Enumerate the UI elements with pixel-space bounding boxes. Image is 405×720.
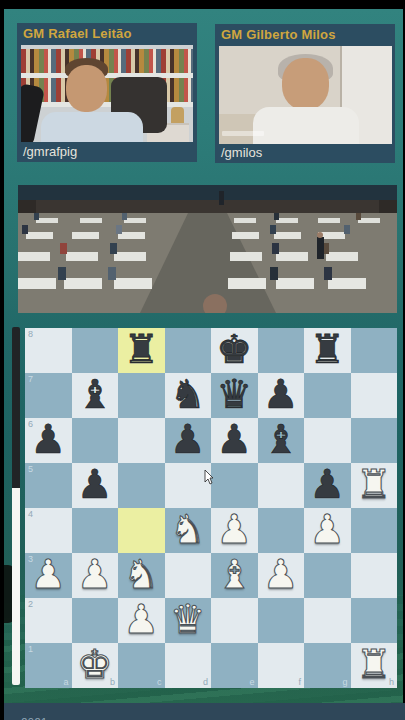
host-handle-right: /gmilos xyxy=(221,145,262,160)
square-a1[interactable]: 1a xyxy=(25,643,72,688)
rank-label-4: 4 xyxy=(28,510,33,519)
tournament-hall-video xyxy=(18,185,397,313)
video-watermark xyxy=(222,131,264,136)
square-g2[interactable] xyxy=(304,598,351,643)
square-h2[interactable] xyxy=(351,598,398,643)
square-b7[interactable]: ♝ xyxy=(72,373,119,418)
file-label-g: g xyxy=(342,678,347,687)
white-knight-d4: ♞ xyxy=(170,509,206,549)
file-label-a: a xyxy=(63,678,68,687)
square-a8[interactable]: 8 xyxy=(25,328,72,373)
square-c1[interactable]: c xyxy=(118,643,165,688)
square-b6[interactable] xyxy=(72,418,119,463)
square-d3[interactable] xyxy=(165,553,212,598)
white-bishop-e3: ♝ xyxy=(216,554,252,594)
webcam-video-left xyxy=(21,45,193,142)
host-panel-left: GM Rafael Leitão /gmrafpig xyxy=(17,23,197,162)
file-label-c: c xyxy=(157,678,162,687)
square-c4[interactable] xyxy=(118,508,165,553)
square-f5[interactable] xyxy=(258,463,305,508)
black-pawn-g5: ♟ xyxy=(309,464,345,504)
white-pawn-g4: ♟ xyxy=(309,509,345,549)
square-b3[interactable]: ♟ xyxy=(72,553,119,598)
square-d2[interactable]: ♛ xyxy=(165,598,212,643)
person-shirt xyxy=(41,112,143,142)
white-rook-h5: ♜ xyxy=(356,464,392,504)
square-d6[interactable]: ♟ xyxy=(165,418,212,463)
rank-label-3: 3 xyxy=(28,555,33,564)
square-c6[interactable] xyxy=(118,418,165,463)
black-pawn-a6: ♟ xyxy=(30,419,66,459)
square-f6[interactable]: ♝ xyxy=(258,418,305,463)
white-pawn-a3: ♟ xyxy=(30,554,66,594)
square-g1[interactable]: g xyxy=(304,643,351,688)
black-pawn-e6: ♟ xyxy=(216,419,252,459)
square-d8[interactable] xyxy=(165,328,212,373)
host-panel-right: GM Gilberto Milos /gmilos xyxy=(215,24,395,163)
square-a4[interactable]: 4 xyxy=(25,508,72,553)
bookshelf-row xyxy=(21,78,193,102)
black-queen-e7: ♛ xyxy=(216,374,252,414)
square-g5[interactable]: ♟ xyxy=(304,463,351,508)
evaluation-bar-black xyxy=(12,327,20,488)
white-king-b1: ♚ xyxy=(77,644,113,684)
white-rook-h1: ♜ xyxy=(356,644,392,684)
square-d1[interactable]: d xyxy=(165,643,212,688)
white-pawn-b3: ♟ xyxy=(77,554,113,594)
file-label-e: e xyxy=(249,678,254,687)
white-pawn-e4: ♟ xyxy=(216,509,252,549)
square-g8[interactable]: ♜ xyxy=(304,328,351,373)
square-h6[interactable] xyxy=(351,418,398,463)
black-bishop-f6: ♝ xyxy=(263,419,299,459)
black-knight-d7: ♞ xyxy=(170,374,206,414)
square-d7[interactable]: ♞ xyxy=(165,373,212,418)
square-h3[interactable] xyxy=(351,553,398,598)
black-king-e8: ♚ xyxy=(216,329,252,369)
rank-label-8: 8 xyxy=(28,330,33,339)
square-b4[interactable] xyxy=(72,508,119,553)
square-e8[interactable]: ♚ xyxy=(211,328,258,373)
square-c3[interactable]: ♞ xyxy=(118,553,165,598)
square-e2[interactable] xyxy=(211,598,258,643)
host-name-right: GM Gilberto Milos xyxy=(221,27,336,42)
rank-label-7: 7 xyxy=(28,375,33,384)
black-rook-g8: ♜ xyxy=(309,329,345,369)
square-e4[interactable]: ♟ xyxy=(211,508,258,553)
white-knight-c3: ♞ xyxy=(123,554,159,594)
square-c7[interactable] xyxy=(118,373,165,418)
square-b2[interactable] xyxy=(72,598,119,643)
white-pawn-c2: ♟ xyxy=(123,599,159,639)
square-e6[interactable]: ♟ xyxy=(211,418,258,463)
square-e5[interactable] xyxy=(211,463,258,508)
square-h5[interactable]: ♜ xyxy=(351,463,398,508)
square-f4[interactable] xyxy=(258,508,305,553)
square-c5[interactable] xyxy=(118,463,165,508)
rank-label-1: 1 xyxy=(28,645,33,654)
square-e3[interactable]: ♝ xyxy=(211,553,258,598)
square-g3[interactable] xyxy=(304,553,351,598)
square-h4[interactable] xyxy=(351,508,398,553)
host-name-left: GM Rafael Leitão xyxy=(23,26,132,41)
caption-partial-text: o 2021 xyxy=(11,716,48,720)
host-handle-left: /gmrafpig xyxy=(23,144,77,159)
person-face xyxy=(66,65,107,112)
square-g4[interactable]: ♟ xyxy=(304,508,351,553)
square-a3[interactable]: 3♟ xyxy=(25,553,72,598)
rank-label-5: 5 xyxy=(28,465,33,474)
black-pawn-b5: ♟ xyxy=(77,464,113,504)
square-h8[interactable] xyxy=(351,328,398,373)
square-f1[interactable]: f xyxy=(258,643,305,688)
black-pawn-f7: ♟ xyxy=(263,374,299,414)
file-label-b: b xyxy=(110,678,115,687)
square-a5[interactable]: 5 xyxy=(25,463,72,508)
square-e1[interactable]: e xyxy=(211,643,258,688)
file-label-h: h xyxy=(389,678,394,687)
square-g6[interactable] xyxy=(304,418,351,463)
square-b1[interactable]: b♚ xyxy=(72,643,119,688)
person-shirt xyxy=(253,107,359,144)
stream-frame: GM Rafael Leitão /gmrafpig GM Gilberto M… xyxy=(0,0,405,720)
square-a2[interactable]: 2 xyxy=(25,598,72,643)
rank-label-2: 2 xyxy=(28,600,33,609)
square-a6[interactable]: 6♟ xyxy=(25,418,72,463)
evaluation-bar xyxy=(12,327,20,685)
square-e7[interactable]: ♛ xyxy=(211,373,258,418)
white-pawn-f3: ♟ xyxy=(263,554,299,594)
square-f7[interactable]: ♟ xyxy=(258,373,305,418)
webcam-video-right xyxy=(219,46,392,144)
black-bishop-b7: ♝ xyxy=(77,374,113,414)
square-f8[interactable] xyxy=(258,328,305,373)
white-queen-d2: ♛ xyxy=(170,599,206,639)
shelf-board xyxy=(21,102,193,107)
black-rook-c8: ♜ xyxy=(123,329,159,369)
black-pawn-d6: ♟ xyxy=(170,419,206,459)
rank-label-6: 6 xyxy=(28,420,33,429)
square-g7[interactable] xyxy=(304,373,351,418)
square-b5[interactable]: ♟ xyxy=(72,463,119,508)
mouse-cursor-icon xyxy=(204,470,214,485)
square-h1[interactable]: h♜ xyxy=(351,643,398,688)
square-a7[interactable]: 7 xyxy=(25,373,72,418)
square-c2[interactable]: ♟ xyxy=(118,598,165,643)
file-label-d: d xyxy=(203,678,208,687)
square-c8[interactable]: ♜ xyxy=(118,328,165,373)
bottom-caption-bar: o 2021 xyxy=(4,703,405,720)
file-label-f: f xyxy=(298,678,301,687)
chess-board: 8♜♚♜7♝♞♛♟6♟♟♟♝5♟♟♜4♞♟♟3♟♟♞♝♟2♟♛1ab♚cdefg… xyxy=(25,328,397,688)
evaluation-bar-white xyxy=(12,488,20,685)
square-b8[interactable] xyxy=(72,328,119,373)
square-d4[interactable]: ♞ xyxy=(165,508,212,553)
person-face xyxy=(282,58,329,110)
square-h7[interactable] xyxy=(351,373,398,418)
square-f3[interactable]: ♟ xyxy=(258,553,305,598)
square-f2[interactable] xyxy=(258,598,305,643)
